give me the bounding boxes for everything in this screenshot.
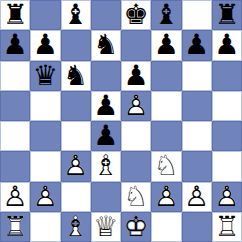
- square-d6[interactable]: [91, 61, 121, 91]
- black-bishop-f8: ♝: [151, 0, 181, 30]
- white-pawn-f2: ♟♙: [151, 182, 181, 212]
- square-e1[interactable]: ♚♔: [121, 212, 151, 242]
- square-f3[interactable]: ♞♘: [151, 151, 181, 181]
- chess-board: ♜♝♚♝♜♟♟♞♟♟♟♛♞♟♟♟♙♟♟♙♝♗♞♘♟♙♟♙♞♘♟♙♟♙♟♙♜♖♝♗…: [0, 0, 242, 242]
- square-h4[interactable]: [212, 121, 242, 151]
- square-g1[interactable]: [182, 212, 212, 242]
- white-pawn-e5: ♟♙: [121, 91, 151, 121]
- square-c7[interactable]: [61, 30, 91, 60]
- square-e2[interactable]: ♞♘: [121, 182, 151, 212]
- square-e8[interactable]: ♚: [121, 0, 151, 30]
- square-c6[interactable]: ♞: [61, 61, 91, 91]
- black-rook-h8: ♜: [212, 0, 242, 30]
- square-h5[interactable]: [212, 91, 242, 121]
- black-pawn-f7: ♟: [151, 30, 181, 60]
- square-h6[interactable]: [212, 61, 242, 91]
- square-h2[interactable]: ♟♙: [212, 182, 242, 212]
- black-rook-a8: ♜: [0, 0, 30, 30]
- black-pawn-g7: ♟: [182, 30, 212, 60]
- white-rook-h1: ♜♖: [212, 212, 242, 242]
- square-d8[interactable]: [91, 0, 121, 30]
- white-bishop-d3: ♝♗: [91, 151, 121, 181]
- white-king-e1: ♚♔: [121, 212, 151, 242]
- black-pawn-a7: ♟: [0, 30, 30, 60]
- square-f7[interactable]: ♟: [151, 30, 181, 60]
- square-e5[interactable]: ♟♙: [121, 91, 151, 121]
- square-h7[interactable]: ♟: [212, 30, 242, 60]
- square-d3[interactable]: ♝♗: [91, 151, 121, 181]
- square-g5[interactable]: [182, 91, 212, 121]
- square-c1[interactable]: ♝♗: [61, 212, 91, 242]
- white-bishop-c1: ♝♗: [61, 212, 91, 242]
- square-b8[interactable]: [30, 0, 60, 30]
- square-a2[interactable]: ♟♙: [0, 182, 30, 212]
- square-a3[interactable]: [0, 151, 30, 181]
- square-f5[interactable]: [151, 91, 181, 121]
- black-knight-d7: ♞: [91, 30, 121, 60]
- white-pawn-b2: ♟♙: [30, 182, 60, 212]
- square-g7[interactable]: ♟: [182, 30, 212, 60]
- white-knight-f3: ♞♘: [151, 151, 181, 181]
- square-f6[interactable]: [151, 61, 181, 91]
- square-g2[interactable]: ♟♙: [182, 182, 212, 212]
- square-b6[interactable]: ♛: [30, 61, 60, 91]
- square-e4[interactable]: [121, 121, 151, 151]
- square-b3[interactable]: [30, 151, 60, 181]
- square-a7[interactable]: ♟: [0, 30, 30, 60]
- square-f2[interactable]: ♟♙: [151, 182, 181, 212]
- square-a5[interactable]: [0, 91, 30, 121]
- square-c4[interactable]: [61, 121, 91, 151]
- square-g3[interactable]: [182, 151, 212, 181]
- black-knight-c6: ♞: [61, 61, 91, 91]
- square-f4[interactable]: [151, 121, 181, 151]
- square-g6[interactable]: [182, 61, 212, 91]
- black-pawn-d4: ♟: [91, 121, 121, 151]
- white-pawn-c3: ♟♙: [61, 151, 91, 181]
- white-knight-e2: ♞♘: [121, 182, 151, 212]
- square-f8[interactable]: ♝: [151, 0, 181, 30]
- square-b5[interactable]: [30, 91, 60, 121]
- square-e3[interactable]: [121, 151, 151, 181]
- square-b2[interactable]: ♟♙: [30, 182, 60, 212]
- square-b1[interactable]: [30, 212, 60, 242]
- square-b7[interactable]: ♟: [30, 30, 60, 60]
- square-b4[interactable]: [30, 121, 60, 151]
- square-g4[interactable]: [182, 121, 212, 151]
- square-d5[interactable]: ♟: [91, 91, 121, 121]
- square-c3[interactable]: ♟♙: [61, 151, 91, 181]
- square-h3[interactable]: [212, 151, 242, 181]
- black-pawn-b7: ♟: [30, 30, 60, 60]
- square-d2[interactable]: [91, 182, 121, 212]
- square-a6[interactable]: [0, 61, 30, 91]
- black-king-e8: ♚: [121, 0, 151, 30]
- square-f1[interactable]: [151, 212, 181, 242]
- white-pawn-h2: ♟♙: [212, 182, 242, 212]
- square-c8[interactable]: ♝: [61, 0, 91, 30]
- square-d7[interactable]: ♞: [91, 30, 121, 60]
- square-a8[interactable]: ♜: [0, 0, 30, 30]
- square-a4[interactable]: [0, 121, 30, 151]
- square-g8[interactable]: [182, 0, 212, 30]
- square-c5[interactable]: [61, 91, 91, 121]
- white-queen-d1: ♛♕: [91, 212, 121, 242]
- white-rook-a1: ♜♖: [0, 212, 30, 242]
- black-queen-b6: ♛: [30, 61, 60, 91]
- white-pawn-a2: ♟♙: [0, 182, 30, 212]
- square-e7[interactable]: [121, 30, 151, 60]
- square-d1[interactable]: ♛♕: [91, 212, 121, 242]
- square-d4[interactable]: ♟: [91, 121, 121, 151]
- black-pawn-h7: ♟: [212, 30, 242, 60]
- black-bishop-c8: ♝: [61, 0, 91, 30]
- square-a1[interactable]: ♜♖: [0, 212, 30, 242]
- black-pawn-e6: ♟: [121, 61, 151, 91]
- square-e6[interactable]: ♟: [121, 61, 151, 91]
- black-pawn-d5: ♟: [91, 91, 121, 121]
- square-h1[interactable]: ♜♖: [212, 212, 242, 242]
- square-c2[interactable]: [61, 182, 91, 212]
- square-h8[interactable]: ♜: [212, 0, 242, 30]
- white-pawn-g2: ♟♙: [182, 182, 212, 212]
